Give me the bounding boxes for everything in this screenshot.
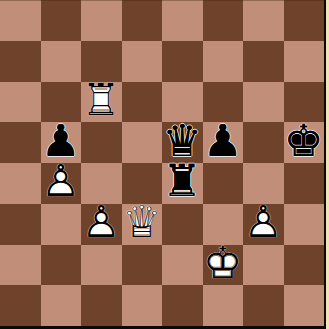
square-a3[interactable] bbox=[0, 204, 41, 245]
square-h4[interactable] bbox=[284, 163, 325, 204]
square-d7[interactable] bbox=[122, 41, 163, 82]
square-h3[interactable] bbox=[284, 204, 325, 245]
white-pawn[interactable]: ♟♙ bbox=[243, 204, 284, 245]
white-pawn-glyph: ♙ bbox=[82, 200, 121, 244]
square-e1[interactable] bbox=[162, 285, 203, 326]
square-g3[interactable]: ♟♙ bbox=[243, 204, 284, 245]
chess-app-window: ♜♖♟♟♛♛♟♟♚♚♟♙♜♜♟♙♛♕♟♙♚♔ bbox=[0, 0, 329, 329]
white-pawn-glyph: ♙ bbox=[41, 160, 80, 204]
square-e7[interactable] bbox=[162, 41, 203, 82]
white-queen-glyph: ♕ bbox=[122, 200, 161, 244]
square-g1[interactable] bbox=[243, 285, 284, 326]
white-king[interactable]: ♚♔ bbox=[203, 245, 244, 286]
square-c6[interactable]: ♜♖ bbox=[81, 82, 122, 123]
square-h5[interactable]: ♚♚ bbox=[284, 122, 325, 163]
square-a5[interactable] bbox=[0, 122, 41, 163]
black-rook-glyph: ♜ bbox=[163, 160, 202, 204]
square-f1[interactable] bbox=[203, 285, 244, 326]
square-g7[interactable] bbox=[243, 41, 284, 82]
square-b3[interactable] bbox=[41, 204, 82, 245]
square-h7[interactable] bbox=[284, 41, 325, 82]
black-king[interactable]: ♚♚ bbox=[284, 122, 325, 163]
square-e3[interactable] bbox=[162, 204, 203, 245]
square-c8[interactable] bbox=[81, 0, 122, 41]
square-d3[interactable]: ♛♕ bbox=[122, 204, 163, 245]
square-d2[interactable] bbox=[122, 245, 163, 286]
square-h8[interactable] bbox=[284, 0, 325, 41]
black-king-glyph: ♚ bbox=[284, 119, 323, 163]
square-a2[interactable] bbox=[0, 245, 41, 286]
square-e4[interactable]: ♜♜ bbox=[162, 163, 203, 204]
square-c2[interactable] bbox=[81, 245, 122, 286]
square-f8[interactable] bbox=[203, 0, 244, 41]
square-b1[interactable] bbox=[41, 285, 82, 326]
square-d1[interactable] bbox=[122, 285, 163, 326]
white-pawn[interactable]: ♟♙ bbox=[41, 163, 82, 204]
square-b2[interactable] bbox=[41, 245, 82, 286]
black-pawn-glyph: ♟ bbox=[203, 119, 242, 163]
square-f5[interactable]: ♟♟ bbox=[203, 122, 244, 163]
square-h2[interactable] bbox=[284, 245, 325, 286]
square-c5[interactable] bbox=[81, 122, 122, 163]
square-c3[interactable]: ♟♙ bbox=[81, 204, 122, 245]
square-e8[interactable] bbox=[162, 0, 203, 41]
square-g6[interactable] bbox=[243, 82, 284, 123]
black-rook[interactable]: ♜♜ bbox=[162, 163, 203, 204]
white-king-glyph: ♔ bbox=[203, 241, 242, 285]
black-pawn[interactable]: ♟♟ bbox=[203, 122, 244, 163]
square-g8[interactable] bbox=[243, 0, 284, 41]
white-rook[interactable]: ♜♖ bbox=[81, 82, 122, 123]
chess-board: ♜♖♟♟♛♛♟♟♚♚♟♙♜♜♟♙♛♕♟♙♚♔ bbox=[0, 0, 326, 329]
square-c1[interactable] bbox=[81, 285, 122, 326]
square-b7[interactable] bbox=[41, 41, 82, 82]
square-b8[interactable] bbox=[41, 0, 82, 41]
square-a8[interactable] bbox=[0, 0, 41, 41]
square-d6[interactable] bbox=[122, 82, 163, 123]
square-a4[interactable] bbox=[0, 163, 41, 204]
square-a7[interactable] bbox=[0, 41, 41, 82]
white-queen[interactable]: ♛♕ bbox=[122, 204, 163, 245]
square-a6[interactable] bbox=[0, 82, 41, 123]
square-d8[interactable] bbox=[122, 0, 163, 41]
square-e2[interactable] bbox=[162, 245, 203, 286]
square-a1[interactable] bbox=[0, 285, 41, 326]
square-h1[interactable] bbox=[284, 285, 325, 326]
square-d5[interactable] bbox=[122, 122, 163, 163]
white-pawn-glyph: ♙ bbox=[244, 200, 283, 244]
white-pawn[interactable]: ♟♙ bbox=[81, 204, 122, 245]
square-g2[interactable] bbox=[243, 245, 284, 286]
square-f7[interactable] bbox=[203, 41, 244, 82]
square-f4[interactable] bbox=[203, 163, 244, 204]
square-f2[interactable]: ♚♔ bbox=[203, 245, 244, 286]
white-rook-glyph: ♖ bbox=[82, 78, 121, 122]
square-b4[interactable]: ♟♙ bbox=[41, 163, 82, 204]
square-g5[interactable] bbox=[243, 122, 284, 163]
